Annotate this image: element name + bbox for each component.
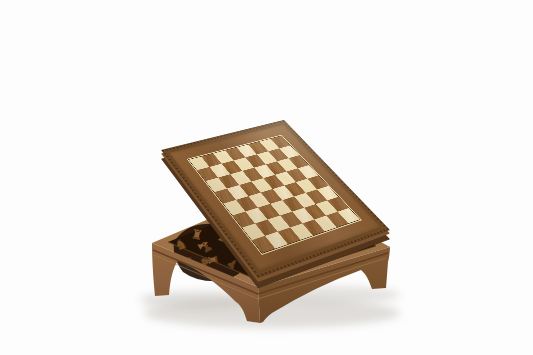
product-photo-stage: ♞♜♟♝♛♟♚♜♟♞♝	[0, 0, 533, 355]
